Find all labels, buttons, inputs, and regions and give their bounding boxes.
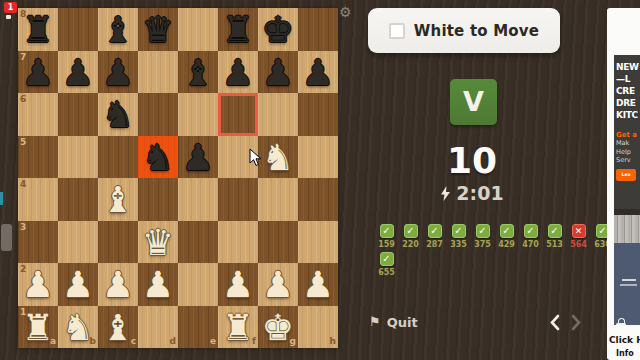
white-pawn-h2: ♟ bbox=[298, 263, 338, 306]
next-move-button[interactable] bbox=[570, 314, 582, 331]
square-d1[interactable]: d bbox=[138, 306, 178, 349]
black-pawn-g7: ♟ bbox=[258, 51, 298, 94]
square-g8[interactable]: ♚ bbox=[258, 8, 298, 51]
ad-privacy-lock-icon[interactable] bbox=[616, 323, 626, 326]
square-a1[interactable]: 1a♜ bbox=[18, 306, 58, 349]
square-h5[interactable] bbox=[298, 136, 338, 179]
square-c3[interactable] bbox=[98, 221, 138, 264]
square-d8[interactable]: ♛ bbox=[138, 8, 178, 51]
square-h3[interactable] bbox=[298, 221, 338, 264]
square-d5[interactable]: ♞ bbox=[138, 136, 178, 179]
notification-badge[interactable]: 1 bbox=[4, 2, 17, 13]
square-a2[interactable]: 2♟ bbox=[18, 263, 58, 306]
square-h7[interactable]: ♟ bbox=[298, 51, 338, 94]
file-label-a: a bbox=[50, 337, 56, 346]
square-b5[interactable] bbox=[58, 136, 98, 179]
attempt-item: ✓470 bbox=[521, 224, 540, 249]
ad-subheadline: Get a bbox=[616, 131, 640, 139]
edge-chip bbox=[6, 15, 11, 19]
puzzle-panel: White to Move V 10 2:01 ✓159✓220✓287✓335… bbox=[352, 0, 592, 360]
ad-counter-image bbox=[614, 209, 640, 215]
attempt-score: 375 bbox=[474, 240, 491, 249]
black-queen-d8: ♛ bbox=[138, 8, 178, 51]
attempt-score: 159 bbox=[378, 240, 395, 249]
square-g2[interactable]: ♟ bbox=[258, 263, 298, 306]
square-e6[interactable] bbox=[178, 93, 218, 136]
file-label-b: b bbox=[90, 337, 96, 346]
square-e8[interactable] bbox=[178, 8, 218, 51]
square-c2[interactable]: ♟ bbox=[98, 263, 138, 306]
ad-body-lines: MakHelpServ bbox=[614, 139, 640, 165]
square-e3[interactable] bbox=[178, 221, 218, 264]
square-f4[interactable] bbox=[218, 178, 258, 221]
attempt-pass-check-icon[interactable]: ✓ bbox=[380, 224, 394, 238]
black-knight-c6: ♞ bbox=[98, 93, 138, 136]
square-f7[interactable]: ♟ bbox=[218, 51, 258, 94]
turn-color-checkbox[interactable] bbox=[389, 23, 405, 39]
square-c5[interactable] bbox=[98, 136, 138, 179]
rank-label-7: 7 bbox=[20, 53, 26, 62]
square-d2[interactable]: ♟ bbox=[138, 263, 178, 306]
square-h6[interactable] bbox=[298, 93, 338, 136]
ad-sidebar: NEW—LCREDREKITC Get a MakHelpServ Lea Cl… bbox=[607, 8, 640, 360]
black-pawn-b7: ♟ bbox=[58, 51, 98, 94]
black-pawn-c7: ♟ bbox=[98, 51, 138, 94]
square-g7[interactable]: ♟ bbox=[258, 51, 298, 94]
square-e1[interactable]: e bbox=[178, 306, 218, 349]
flag-icon: ⚑ bbox=[369, 314, 381, 330]
chess-board: 8♜♝♛♜♚7♟♟♟♝♟♟♟6♞5♞♟♞4♝3♛2♟♟♟♟♟♟♟1a♜b♞c♝d… bbox=[18, 8, 338, 348]
ad-headline-line: KITC bbox=[616, 109, 640, 121]
attempt-item: ✓220 bbox=[401, 224, 420, 249]
move-nav bbox=[549, 314, 582, 331]
square-e7[interactable]: ♝ bbox=[178, 51, 218, 94]
ad-click-here-link[interactable]: Click He bbox=[609, 335, 640, 345]
square-f3[interactable] bbox=[218, 221, 258, 264]
square-c6[interactable]: ♞ bbox=[98, 93, 138, 136]
square-b3[interactable] bbox=[58, 221, 98, 264]
attempt-item: ✓159 bbox=[377, 224, 396, 249]
settings-gear-icon[interactable]: ⚙ bbox=[339, 5, 352, 19]
edge-artifact-gray bbox=[1, 224, 12, 251]
ad-fine-print-line bbox=[620, 284, 637, 286]
square-g3[interactable] bbox=[258, 221, 298, 264]
attempt-score: 513 bbox=[546, 240, 563, 249]
attempt-item: ✓287 bbox=[425, 224, 444, 249]
attempt-score: 287 bbox=[426, 240, 443, 249]
square-h2[interactable]: ♟ bbox=[298, 263, 338, 306]
puzzle-score: 10 bbox=[352, 140, 592, 181]
square-a6[interactable]: 6 bbox=[18, 93, 58, 136]
rank-label-6: 6 bbox=[20, 95, 26, 104]
black-bishop-e7: ♝ bbox=[178, 51, 218, 94]
ad-headline-line: CRE bbox=[616, 85, 640, 97]
black-bishop-c8: ♝ bbox=[98, 8, 138, 51]
attempt-item: ✓335 bbox=[449, 224, 468, 249]
ad-body-line: Serv bbox=[616, 156, 640, 165]
white-pawn-d2: ♟ bbox=[138, 263, 178, 306]
file-label-c: c bbox=[131, 337, 136, 346]
square-h4[interactable] bbox=[298, 178, 338, 221]
black-rook-f8: ♜ bbox=[218, 8, 258, 51]
square-b7[interactable]: ♟ bbox=[58, 51, 98, 94]
attempt-pass-check-icon[interactable]: ✓ bbox=[476, 224, 490, 238]
black-knight-d5: ♞ bbox=[138, 136, 178, 179]
square-b1[interactable]: b♞ bbox=[58, 306, 98, 349]
square-b4[interactable] bbox=[58, 178, 98, 221]
white-bishop-c4: ♝ bbox=[98, 178, 138, 221]
ad-fine-print-line bbox=[622, 279, 636, 281]
file-label-d: d bbox=[170, 337, 176, 346]
ad-creative[interactable]: NEW—LCREDREKITC Get a MakHelpServ Lea bbox=[614, 55, 640, 325]
file-label-f: f bbox=[252, 337, 256, 346]
app-screen: 1 8♜♝♛♜♚7♟♟♟♝♟♟♟6♞5♞♟♞4♝3♛2♟♟♟♟♟♟♟1a♜b♞c… bbox=[0, 0, 640, 360]
square-f1[interactable]: f♜ bbox=[218, 306, 258, 349]
ad-cta-button[interactable]: Lea bbox=[616, 169, 636, 181]
attempts-row: ✓159✓220✓287✓335✓375✓429✓470✓513✕564✓630 bbox=[377, 224, 612, 249]
attempt-pass-check-icon[interactable]: ✓ bbox=[500, 224, 514, 238]
ad-kitchen-image bbox=[614, 209, 640, 243]
attempt-pass-check-icon[interactable]: ✓ bbox=[404, 224, 418, 238]
attempt-item: ✓513 bbox=[545, 224, 564, 249]
square-f8[interactable]: ♜ bbox=[218, 8, 258, 51]
ad-headline-line: NEW bbox=[616, 61, 640, 73]
attempt-score: 655 bbox=[378, 268, 395, 277]
prev-move-button[interactable] bbox=[549, 314, 561, 331]
square-d7[interactable] bbox=[138, 51, 178, 94]
black-king-g8: ♚ bbox=[258, 8, 298, 51]
attempt-pass-check-icon[interactable]: ✓ bbox=[452, 224, 466, 238]
square-a5[interactable]: 5 bbox=[18, 136, 58, 179]
rank-badge: V bbox=[450, 79, 497, 125]
attempt-pass-check-icon[interactable]: ✓ bbox=[428, 224, 442, 238]
square-a8[interactable]: 8♜ bbox=[18, 8, 58, 51]
square-c8[interactable]: ♝ bbox=[98, 8, 138, 51]
white-pawn-c2: ♟ bbox=[98, 263, 138, 306]
lightning-bolt-icon bbox=[440, 186, 451, 201]
attempt-item: ✕564 bbox=[569, 224, 588, 249]
square-c1[interactable]: c♝ bbox=[98, 306, 138, 349]
black-pawn-e5: ♟ bbox=[178, 136, 218, 179]
rank-label-5: 5 bbox=[20, 138, 26, 147]
attempt-score: 429 bbox=[498, 240, 515, 249]
square-c4[interactable]: ♝ bbox=[98, 178, 138, 221]
ad-body-line: Help bbox=[616, 148, 640, 157]
mouse-cursor bbox=[249, 148, 263, 168]
quit-button[interactable]: ⚑ Quit bbox=[369, 314, 418, 330]
square-a3[interactable]: 3 bbox=[18, 221, 58, 264]
square-d3[interactable]: ♛ bbox=[138, 221, 178, 264]
file-label-e: e bbox=[210, 337, 216, 346]
rank-label-1: 1 bbox=[20, 308, 26, 317]
square-f2[interactable]: ♟ bbox=[218, 263, 258, 306]
white-pawn-f2: ♟ bbox=[218, 263, 258, 306]
white-pawn-b2: ♟ bbox=[58, 263, 98, 306]
white-pawn-g2: ♟ bbox=[258, 263, 298, 306]
ad-headline-line: DRE bbox=[616, 97, 640, 109]
attempt-score: 220 bbox=[402, 240, 419, 249]
rank-label-8: 8 bbox=[20, 10, 26, 19]
quit-label: Quit bbox=[387, 315, 418, 330]
square-a7[interactable]: 7♟ bbox=[18, 51, 58, 94]
attempt-pass-check-icon[interactable]: ✓ bbox=[524, 224, 538, 238]
attempt-fail-x-icon[interactable]: ✕ bbox=[572, 224, 586, 238]
attempt-item: ✓429 bbox=[497, 224, 516, 249]
black-pawn-h7: ♟ bbox=[298, 51, 338, 94]
ad-headline-line: —L bbox=[616, 73, 640, 85]
file-label-g: g bbox=[290, 337, 296, 346]
attempt-pass-check-icon[interactable]: ✓ bbox=[380, 252, 394, 266]
rank-label-4: 4 bbox=[20, 180, 26, 189]
attempt-score: 470 bbox=[522, 240, 539, 249]
square-c7[interactable]: ♟ bbox=[98, 51, 138, 94]
rank-label-3: 3 bbox=[20, 223, 26, 232]
rank-label-2: 2 bbox=[20, 265, 26, 274]
square-g4[interactable] bbox=[258, 178, 298, 221]
ad-headline: NEW—LCREDREKITC bbox=[616, 61, 640, 121]
timer-value: 2:01 bbox=[456, 182, 503, 204]
attempt-item: ✓655 bbox=[377, 252, 396, 277]
square-e4[interactable] bbox=[178, 178, 218, 221]
square-g6[interactable] bbox=[258, 93, 298, 136]
attempt-item: ✓375 bbox=[473, 224, 492, 249]
square-e5[interactable]: ♟ bbox=[178, 136, 218, 179]
square-h8[interactable] bbox=[298, 8, 338, 51]
edge-artifact-teal bbox=[0, 192, 3, 205]
square-b2[interactable]: ♟ bbox=[58, 263, 98, 306]
file-label-h: h bbox=[330, 337, 336, 346]
timer: 2:01 bbox=[352, 182, 592, 204]
square-b8[interactable] bbox=[58, 8, 98, 51]
attempt-score: 564 bbox=[570, 240, 587, 249]
ad-body-line: Mak bbox=[616, 139, 640, 148]
ad-island-image bbox=[614, 243, 640, 326]
square-g1[interactable]: g♚ bbox=[258, 306, 298, 349]
square-d4[interactable] bbox=[138, 178, 178, 221]
square-e2[interactable] bbox=[178, 263, 218, 306]
square-b6[interactable] bbox=[58, 93, 98, 136]
square-h1[interactable]: h bbox=[298, 306, 338, 349]
white-queen-d3: ♛ bbox=[138, 221, 178, 264]
square-a4[interactable]: 4 bbox=[18, 178, 58, 221]
square-g5[interactable]: ♞ bbox=[258, 136, 298, 179]
attempts-list: ✓159✓220✓287✓335✓375✓429✓470✓513✕564✓630… bbox=[377, 224, 612, 280]
black-pawn-f7: ♟ bbox=[218, 51, 258, 94]
white-knight-g5: ♞ bbox=[258, 136, 298, 179]
attempt-score: 335 bbox=[450, 240, 467, 249]
attempt-pass-check-icon[interactable]: ✓ bbox=[548, 224, 562, 238]
turn-banner-label: White to Move bbox=[414, 22, 539, 40]
square-f6[interactable] bbox=[218, 93, 258, 136]
ad-info-link[interactable]: Info bbox=[616, 349, 634, 358]
turn-banner: White to Move bbox=[368, 8, 560, 53]
square-d6[interactable] bbox=[138, 93, 178, 136]
attempts-row: ✓655 bbox=[377, 252, 612, 277]
